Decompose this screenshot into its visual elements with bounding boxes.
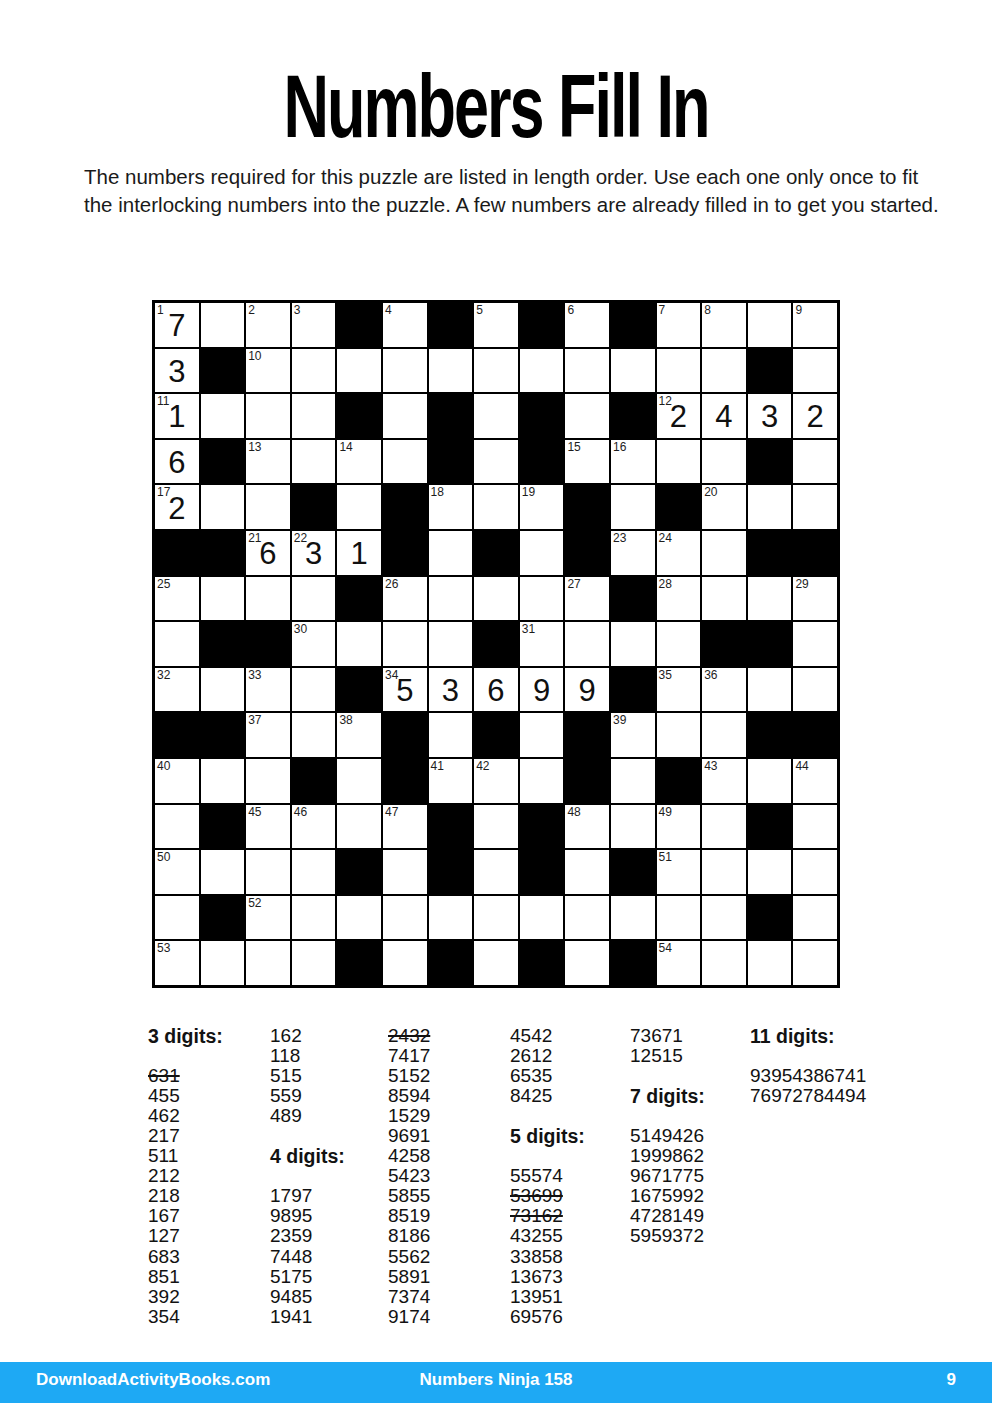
list-number: 4542: [510, 1026, 585, 1046]
grid-cell[interactable]: [610, 758, 656, 804]
grid-cell[interactable]: 20: [701, 484, 747, 530]
grid-cell[interactable]: [336, 621, 382, 667]
black-cell: [154, 712, 200, 758]
footer-book-title: Numbers Ninja 158: [343, 1370, 650, 1403]
black-cell: [610, 302, 656, 348]
grid-cell[interactable]: [747, 484, 793, 530]
list-number: 5855: [388, 1186, 430, 1206]
grid-cell[interactable]: [792, 849, 838, 895]
black-cell: [519, 804, 565, 850]
grid-cell[interactable]: 31: [519, 621, 565, 667]
grid-cell[interactable]: [291, 439, 337, 485]
grid-cell[interactable]: 32: [154, 667, 200, 713]
list-number: 489: [270, 1106, 345, 1126]
clue-number: 45: [248, 805, 261, 819]
black-cell: [564, 484, 610, 530]
grid-cell[interactable]: [382, 439, 428, 485]
list-number: 7374: [388, 1287, 430, 1307]
black-cell: [291, 484, 337, 530]
clue-number: 53: [157, 941, 170, 955]
list-number: 73162: [510, 1206, 585, 1226]
grid-cell[interactable]: [564, 348, 610, 394]
grid-cell[interactable]: [473, 804, 519, 850]
grid-cell: 172: [154, 484, 200, 530]
grid-cell[interactable]: [200, 302, 246, 348]
grid-cell[interactable]: [792, 484, 838, 530]
list-number: 4258: [388, 1146, 430, 1166]
grid-cell[interactable]: [291, 712, 337, 758]
prefilled-digit: 1: [155, 394, 199, 438]
prefilled-digit: 2: [793, 394, 837, 438]
list-heading: 4 digits:: [270, 1146, 345, 1166]
number-list-column: 3 digits: 631455462217511212218167127683…: [148, 1026, 223, 1327]
grid-cell[interactable]: [656, 895, 702, 941]
black-cell: [519, 302, 565, 348]
clue-number: 28: [659, 577, 672, 591]
clue-number: 24: [659, 531, 672, 545]
black-cell: [154, 530, 200, 576]
black-cell: [336, 940, 382, 986]
clue-number: 2: [248, 303, 255, 317]
prefilled-digit: 2: [155, 485, 199, 529]
black-cell: [610, 576, 656, 622]
black-cell: [473, 530, 519, 576]
grid-cell[interactable]: 44: [792, 758, 838, 804]
grid-cell[interactable]: [245, 849, 291, 895]
grid-cell[interactable]: 50: [154, 849, 200, 895]
list-number: 5152: [388, 1066, 430, 1086]
grid-cell[interactable]: [792, 621, 838, 667]
list-number: 1675992: [630, 1186, 705, 1206]
clue-number: 10: [248, 349, 261, 363]
grid-cell[interactable]: 45: [245, 804, 291, 850]
list-number: 462: [148, 1106, 223, 1126]
list-number: 162: [270, 1026, 345, 1046]
grid-cell[interactable]: [701, 576, 747, 622]
clue-number: 8: [704, 303, 711, 317]
footer-site-name: DownloadActivityBooks.com: [36, 1370, 343, 1403]
grid-cell[interactable]: [792, 348, 838, 394]
grid-cell[interactable]: 7: [656, 302, 702, 348]
list-number: 5959372: [630, 1226, 705, 1246]
prefilled-digit: 6: [474, 668, 518, 712]
grid-cell[interactable]: [382, 393, 428, 439]
grid-cell[interactable]: 36: [701, 667, 747, 713]
list-number: 8186: [388, 1226, 430, 1246]
grid-cell[interactable]: [747, 576, 793, 622]
list-number: 127: [148, 1226, 223, 1246]
grid-cell[interactable]: [610, 895, 656, 941]
grid-cell[interactable]: [200, 484, 246, 530]
grid-cell[interactable]: 23: [610, 530, 656, 576]
clue-number: 18: [431, 485, 444, 499]
grid-cell[interactable]: 26: [382, 576, 428, 622]
grid-cell[interactable]: [200, 940, 246, 986]
list-number: 53699: [510, 1186, 585, 1206]
grid-cell[interactable]: 19: [519, 484, 565, 530]
list-number: 9691: [388, 1126, 430, 1146]
grid-cell[interactable]: [291, 667, 337, 713]
number-list-column: 7367112515 7 digits: 5149426199986296717…: [630, 1026, 705, 1247]
grid-cell[interactable]: [564, 940, 610, 986]
black-cell: [382, 758, 428, 804]
grid-cell[interactable]: 40: [154, 758, 200, 804]
list-number: 559: [270, 1086, 345, 1106]
list-number: 1999862: [630, 1146, 705, 1166]
grid-cell[interactable]: [792, 804, 838, 850]
grid-cell[interactable]: [792, 895, 838, 941]
black-cell: [747, 712, 793, 758]
grid-cell[interactable]: 24: [656, 530, 702, 576]
list-number: 1941: [270, 1307, 345, 1327]
grid-cell[interactable]: [519, 576, 565, 622]
black-cell: [747, 439, 793, 485]
grid-cell[interactable]: [473, 895, 519, 941]
grid-cell[interactable]: [428, 530, 474, 576]
black-cell: [200, 895, 246, 941]
grid-cell[interactable]: 48: [564, 804, 610, 850]
clue-number: 19: [522, 485, 535, 499]
black-cell: [792, 712, 838, 758]
list-blank-line: [148, 1046, 223, 1066]
clue-number: 49: [659, 805, 672, 819]
grid-cell[interactable]: 5: [473, 302, 519, 348]
clue-number: 35: [659, 668, 672, 682]
clue-number: 37: [248, 713, 261, 727]
grid-cell[interactable]: [792, 439, 838, 485]
grid-cell[interactable]: [701, 712, 747, 758]
grid-cell[interactable]: [428, 576, 474, 622]
grid-cell[interactable]: 18: [428, 484, 474, 530]
black-cell: [519, 439, 565, 485]
prefilled-digit: 4: [702, 394, 746, 438]
grid-cell: 3: [747, 393, 793, 439]
list-number: 683: [148, 1247, 223, 1267]
grid-cell[interactable]: [610, 348, 656, 394]
list-number: 8425: [510, 1086, 585, 1106]
prefilled-digit: 3: [292, 531, 336, 575]
black-cell: [428, 804, 474, 850]
grid-cell[interactable]: [747, 940, 793, 986]
clue-number: 33: [248, 668, 261, 682]
black-cell: [428, 302, 474, 348]
black-cell: [336, 393, 382, 439]
grid-cell[interactable]: [154, 621, 200, 667]
list-number: 392: [148, 1287, 223, 1307]
grid-cell[interactable]: [382, 940, 428, 986]
list-number: 4728149: [630, 1206, 705, 1226]
black-cell: [245, 621, 291, 667]
grid-cell[interactable]: 15: [564, 439, 610, 485]
black-cell: [610, 393, 656, 439]
list-number: 851: [148, 1267, 223, 1287]
grid-cell[interactable]: [519, 712, 565, 758]
grid-cell[interactable]: [291, 393, 337, 439]
grid-cell[interactable]: [473, 940, 519, 986]
grid-cell[interactable]: [701, 940, 747, 986]
grid-cell[interactable]: [747, 758, 793, 804]
list-blank-line: [750, 1046, 866, 1066]
grid-cell[interactable]: 47: [382, 804, 428, 850]
black-cell: [200, 712, 246, 758]
clue-number: 32: [157, 668, 170, 682]
grid-cell[interactable]: 2: [245, 302, 291, 348]
grid-cell[interactable]: [519, 348, 565, 394]
grid-cell[interactable]: [610, 484, 656, 530]
grid-cell[interactable]: 14: [336, 439, 382, 485]
grid-cell[interactable]: 37: [245, 712, 291, 758]
list-number: 2359: [270, 1226, 345, 1246]
grid-cell[interactable]: [701, 849, 747, 895]
grid-cell[interactable]: [792, 940, 838, 986]
clue-number: 23: [613, 531, 626, 545]
grid-cell[interactable]: 16: [610, 439, 656, 485]
grid-cell[interactable]: [245, 393, 291, 439]
grid-cell[interactable]: [200, 849, 246, 895]
grid-cell: 345: [382, 667, 428, 713]
grid-cell[interactable]: [473, 393, 519, 439]
grid-cell[interactable]: [291, 940, 337, 986]
grid-cell[interactable]: [428, 348, 474, 394]
grid-cell: 122: [656, 393, 702, 439]
grid-cell[interactable]: 10: [245, 348, 291, 394]
black-cell: [336, 302, 382, 348]
grid-cell: 3: [428, 667, 474, 713]
list-number: 118: [270, 1046, 345, 1066]
list-number: 55574: [510, 1166, 585, 1186]
grid-cell[interactable]: [519, 530, 565, 576]
grid-cell[interactable]: [200, 393, 246, 439]
list-number: 33858: [510, 1247, 585, 1267]
grid-cell[interactable]: [473, 348, 519, 394]
prefilled-digit: 7: [155, 303, 199, 347]
grid-cell[interactable]: [473, 484, 519, 530]
grid-cell[interactable]: [701, 895, 747, 941]
prefilled-digit: 5: [383, 668, 427, 712]
number-list-column: 4542261265358425 5 digits: 5557453699731…: [510, 1026, 585, 1327]
grid-cell[interactable]: [473, 849, 519, 895]
grid-cell[interactable]: [336, 895, 382, 941]
grid-cell[interactable]: [245, 484, 291, 530]
black-cell: [200, 530, 246, 576]
black-cell: [200, 804, 246, 850]
grid-cell[interactable]: [154, 804, 200, 850]
black-cell: [519, 940, 565, 986]
grid-cell[interactable]: 46: [291, 804, 337, 850]
number-list-column: 2432741751528594152996914258542358558519…: [388, 1026, 430, 1327]
black-cell: [610, 940, 656, 986]
grid-cell[interactable]: [200, 667, 246, 713]
grid-cell[interactable]: 6: [564, 302, 610, 348]
grid-cell[interactable]: [564, 621, 610, 667]
grid-cell: 6: [154, 439, 200, 485]
grid-cell[interactable]: [564, 895, 610, 941]
list-number: 5175: [270, 1267, 345, 1287]
black-cell: [519, 393, 565, 439]
grid-cell[interactable]: [291, 576, 337, 622]
grid-cell[interactable]: 42: [473, 758, 519, 804]
black-cell: [428, 393, 474, 439]
grid-cell[interactable]: 39: [610, 712, 656, 758]
grid-cell[interactable]: [747, 667, 793, 713]
page-title: Numbers Fill In: [283, 56, 708, 157]
grid-cell: 3: [154, 348, 200, 394]
grid-cell[interactable]: 33: [245, 667, 291, 713]
puzzle-grid: 1723456789310111122432613141516172181920…: [152, 300, 840, 988]
grid-cell[interactable]: 41: [428, 758, 474, 804]
grid-cell[interactable]: 3: [291, 302, 337, 348]
clue-number: 20: [704, 485, 717, 499]
grid-cell: 4: [701, 393, 747, 439]
grid-cell[interactable]: 13: [245, 439, 291, 485]
clue-number: 42: [476, 759, 489, 773]
clue-number: 47: [385, 805, 398, 819]
clue-number: 14: [339, 440, 352, 454]
grid-cell[interactable]: 4: [382, 302, 428, 348]
grid-cell[interactable]: [701, 348, 747, 394]
list-number: 1529: [388, 1106, 430, 1126]
grid-cell: 6: [473, 667, 519, 713]
grid-cell[interactable]: [291, 348, 337, 394]
grid-cell[interactable]: 52: [245, 895, 291, 941]
clue-number: 52: [248, 896, 261, 910]
list-number: 5423: [388, 1166, 430, 1186]
list-number: 1797: [270, 1186, 345, 1206]
grid-cell[interactable]: [336, 758, 382, 804]
list-number: 13673: [510, 1267, 585, 1287]
grid-cell[interactable]: [428, 712, 474, 758]
instructions-text: The numbers required for this puzzle are…: [84, 163, 942, 220]
clue-number: 25: [157, 577, 170, 591]
list-number: 12515: [630, 1046, 705, 1066]
grid-cell[interactable]: [519, 758, 565, 804]
list-number: 631: [148, 1066, 223, 1086]
grid-cell[interactable]: [656, 348, 702, 394]
list-heading: 7 digits:: [630, 1086, 705, 1106]
black-cell: [200, 621, 246, 667]
grid-cell[interactable]: [747, 302, 793, 348]
grid-cell[interactable]: [245, 576, 291, 622]
grid-cell[interactable]: [382, 849, 428, 895]
grid-cell[interactable]: [336, 484, 382, 530]
grid-cell[interactable]: [701, 804, 747, 850]
grid-cell[interactable]: [291, 895, 337, 941]
number-list-column: 11 digits: 9395438674176972784494: [750, 1026, 866, 1106]
grid-cell[interactable]: [291, 849, 337, 895]
grid-cell[interactable]: [656, 439, 702, 485]
grid-cell[interactable]: 51: [656, 849, 702, 895]
grid-cell: 216: [245, 530, 291, 576]
grid-cell[interactable]: 43: [701, 758, 747, 804]
list-blank-line: [270, 1166, 345, 1186]
grid-cell[interactable]: [473, 576, 519, 622]
clue-number: 31: [522, 622, 535, 636]
grid-cell[interactable]: [747, 849, 793, 895]
black-cell: [336, 849, 382, 895]
clue-number: 41: [431, 759, 444, 773]
grid-cell[interactable]: 29: [792, 576, 838, 622]
grid-cell[interactable]: 28: [656, 576, 702, 622]
list-blank-line: [510, 1106, 585, 1126]
list-number: 2432: [388, 1026, 430, 1046]
grid-cell[interactable]: [519, 895, 565, 941]
grid-cell[interactable]: [701, 530, 747, 576]
black-cell: [656, 758, 702, 804]
grid-cell[interactable]: [245, 940, 291, 986]
grid-cell[interactable]: [200, 576, 246, 622]
grid-cell[interactable]: [656, 621, 702, 667]
grid-cell[interactable]: 54: [656, 940, 702, 986]
grid-cell[interactable]: [564, 393, 610, 439]
footer-page-number: 9: [649, 1370, 956, 1403]
number-lists: 3 digits: 631455462217511212218167127683…: [0, 1026, 992, 1336]
grid-cell[interactable]: 49: [656, 804, 702, 850]
clue-number: 44: [795, 759, 808, 773]
clue-number: 26: [385, 577, 398, 591]
grid-cell[interactable]: [336, 348, 382, 394]
grid-cell[interactable]: 30: [291, 621, 337, 667]
list-number: 5891: [388, 1267, 430, 1287]
grid-cell[interactable]: 25: [154, 576, 200, 622]
number-list-column: 162118515559489 4 digits: 17979895235974…: [270, 1026, 345, 1327]
grid-cell[interactable]: 53: [154, 940, 200, 986]
grid-cell[interactable]: [701, 439, 747, 485]
prefilled-digit: 1: [337, 531, 381, 575]
grid-cell[interactable]: 9: [792, 302, 838, 348]
list-heading: 11 digits:: [750, 1026, 866, 1046]
grid-cell[interactable]: [245, 758, 291, 804]
grid-cell[interactable]: [564, 849, 610, 895]
grid-cell[interactable]: 35: [656, 667, 702, 713]
grid-cell: 9: [519, 667, 565, 713]
grid-cell: 111: [154, 393, 200, 439]
clue-number: 13: [248, 440, 261, 454]
black-cell: [656, 484, 702, 530]
grid-cell[interactable]: [428, 621, 474, 667]
list-heading: 3 digits:: [148, 1026, 223, 1046]
grid-cell[interactable]: 27: [564, 576, 610, 622]
grid-cell[interactable]: [610, 804, 656, 850]
black-cell: [200, 439, 246, 485]
grid-cell[interactable]: 8: [701, 302, 747, 348]
black-cell: [610, 667, 656, 713]
grid-cell[interactable]: [610, 621, 656, 667]
black-cell: [382, 484, 428, 530]
clue-number: 51: [659, 850, 672, 864]
grid-cell[interactable]: [336, 804, 382, 850]
grid-cell[interactable]: [382, 348, 428, 394]
footer-bar: DownloadActivityBooks.com Numbers Ninja …: [0, 1362, 992, 1403]
clue-number: 38: [339, 713, 352, 727]
grid-cell[interactable]: [428, 895, 474, 941]
puzzle-page: Numbers Fill In The numbers required for…: [0, 0, 992, 1403]
grid-cell[interactable]: [154, 895, 200, 941]
grid-cell[interactable]: [200, 758, 246, 804]
prefilled-digit: 3: [429, 668, 473, 712]
clue-number: 29: [795, 577, 808, 591]
grid-cell: 223: [291, 530, 337, 576]
black-cell: [336, 667, 382, 713]
clue-number: 3: [294, 303, 301, 317]
grid-cell[interactable]: [473, 439, 519, 485]
grid-cell[interactable]: [382, 895, 428, 941]
prefilled-digit: 2: [657, 394, 701, 438]
grid-cell[interactable]: [656, 712, 702, 758]
grid-cell[interactable]: 38: [336, 712, 382, 758]
grid-cell[interactable]: [382, 621, 428, 667]
grid-cell[interactable]: [792, 667, 838, 713]
clue-number: 16: [613, 440, 626, 454]
